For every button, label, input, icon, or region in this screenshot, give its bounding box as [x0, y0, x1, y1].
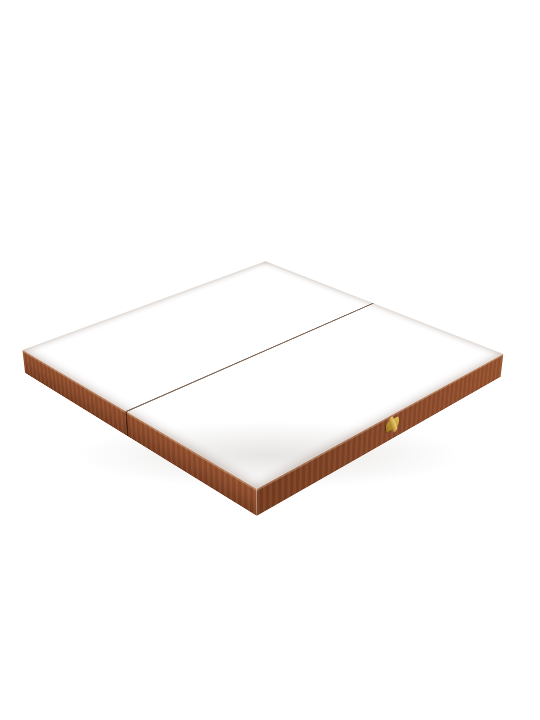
product-photo	[0, 0, 540, 720]
